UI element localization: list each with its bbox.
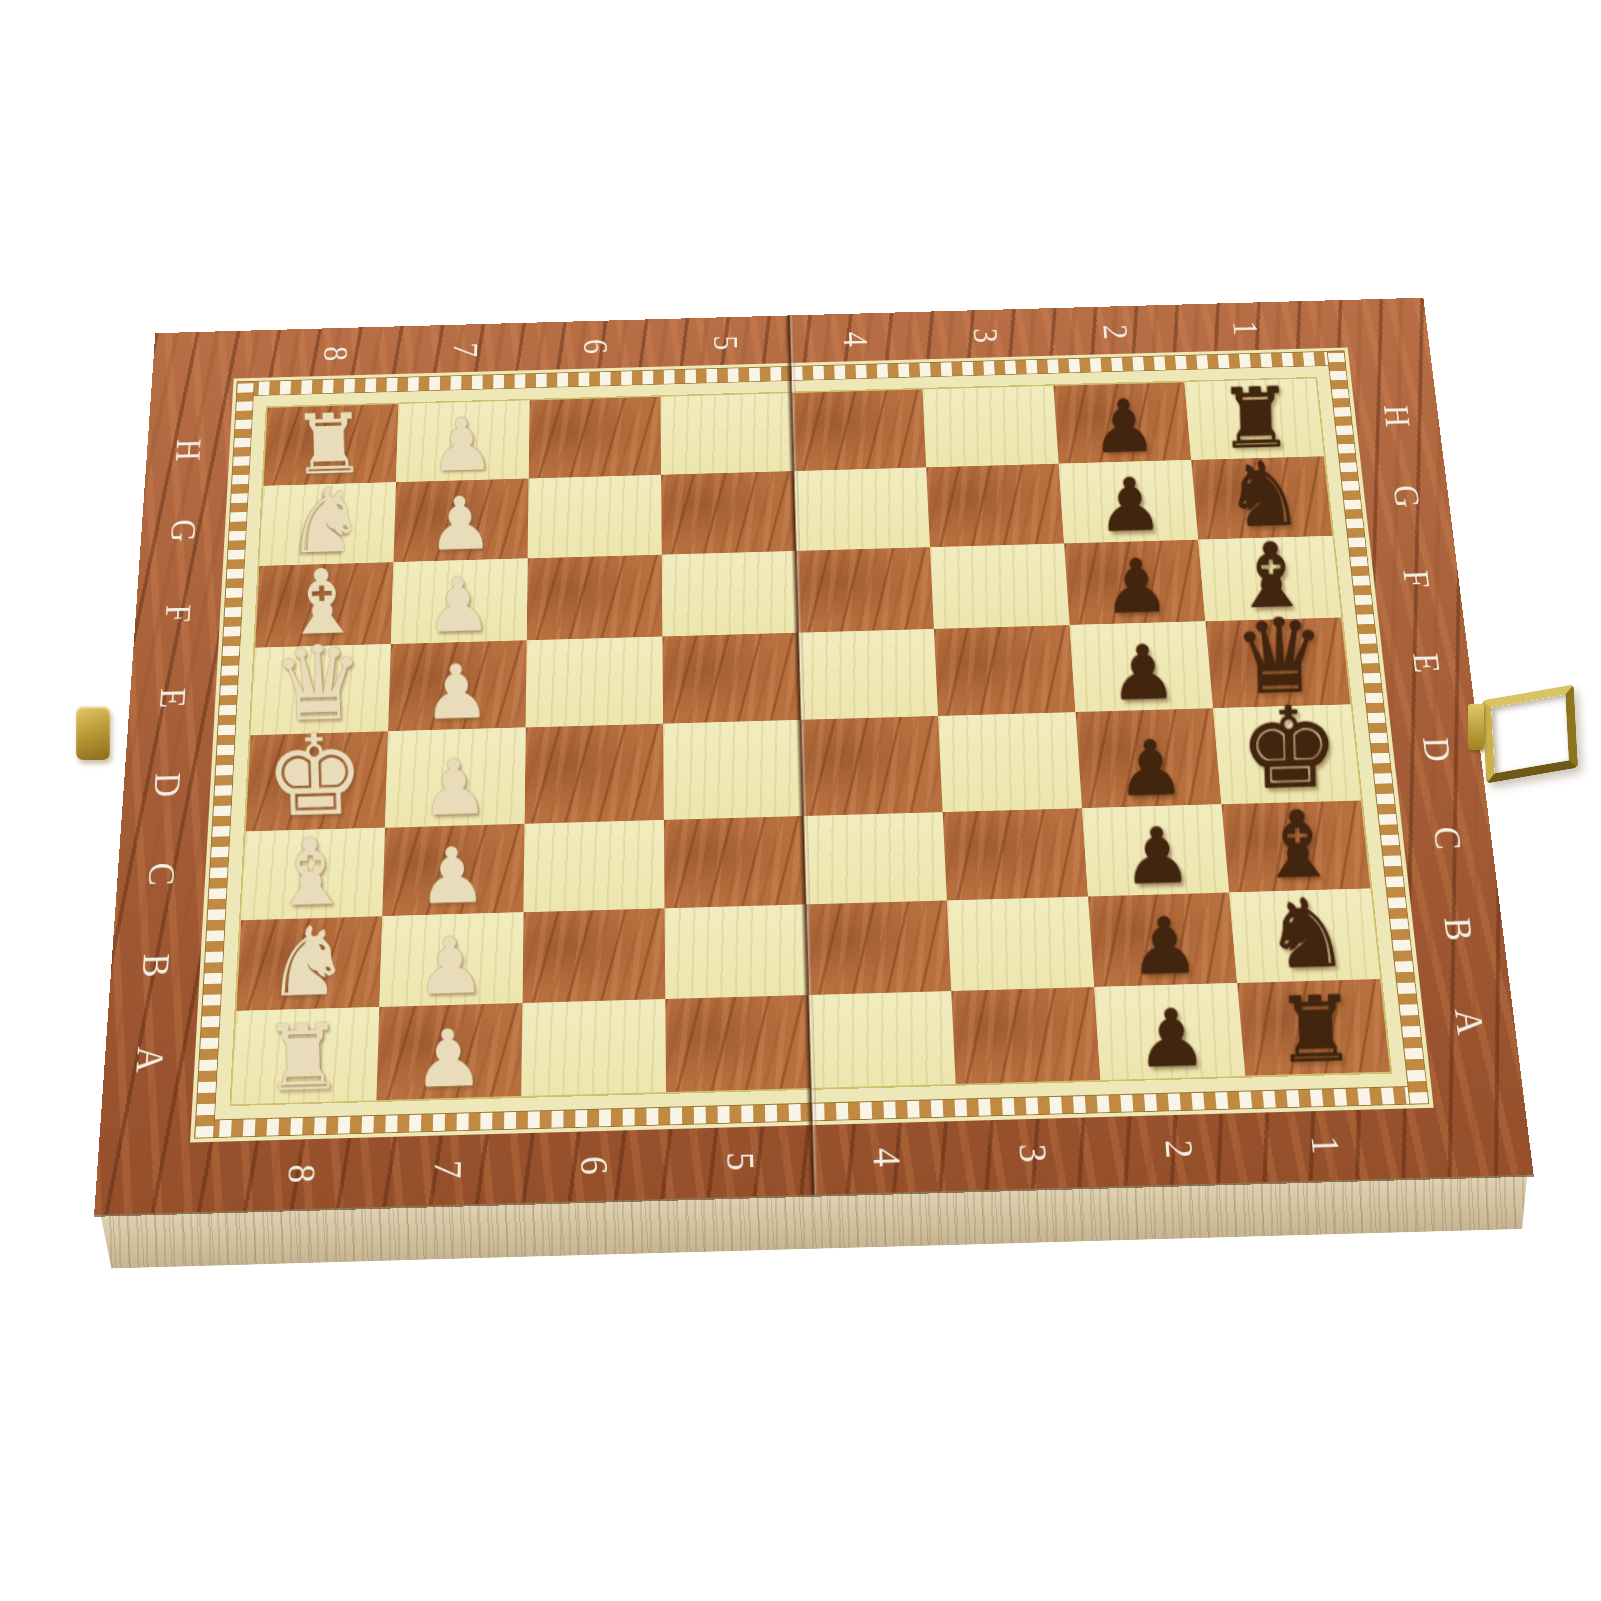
- square-e5[interactable]: [662, 632, 800, 723]
- rank-label-2: 2: [1094, 324, 1137, 340]
- rank-label-5: 5: [716, 1151, 763, 1171]
- black-pawn[interactable]: ♟: [1108, 637, 1177, 710]
- square-f2[interactable]: ♟: [1064, 540, 1205, 625]
- black-knight[interactable]: ♞: [1263, 888, 1351, 981]
- file-label-e: E: [150, 687, 195, 708]
- square-f3[interactable]: [930, 543, 1070, 628]
- square-c2[interactable]: ♟: [1082, 805, 1229, 897]
- square-d2[interactable]: ♟: [1076, 708, 1222, 808]
- file-label-d: D: [1413, 736, 1460, 762]
- rank-label-7: 7: [424, 1159, 471, 1179]
- square-b2[interactable]: ♟: [1088, 893, 1237, 987]
- square-b4[interactable]: [806, 901, 951, 995]
- black-pawn[interactable]: ♟: [1115, 732, 1185, 806]
- square-e7[interactable]: ♟: [388, 640, 527, 731]
- square-d7[interactable]: ♟: [385, 728, 526, 828]
- square-g4[interactable]: [794, 467, 930, 550]
- square-g6[interactable]: [528, 475, 662, 559]
- white-pawn[interactable]: ♟: [424, 570, 492, 642]
- square-d5[interactable]: [663, 720, 803, 820]
- black-rook[interactable]: ♜: [1274, 985, 1358, 1073]
- square-a7[interactable]: ♟: [376, 1003, 522, 1100]
- black-king[interactable]: ♚: [1237, 694, 1340, 803]
- rank-label-6: 6: [574, 338, 616, 354]
- file-label-b: B: [132, 952, 179, 977]
- square-g2[interactable]: ♟: [1059, 460, 1199, 543]
- square-h2[interactable]: ♟: [1053, 382, 1191, 463]
- file-label-a: A: [1445, 1008, 1494, 1036]
- file-label-h: H: [1374, 404, 1419, 427]
- square-h6[interactable]: [529, 397, 662, 479]
- square-d8[interactable]: ♚: [246, 731, 388, 831]
- file-label-h: H: [167, 438, 211, 461]
- square-c3[interactable]: [943, 808, 1088, 900]
- square-c5[interactable]: [664, 816, 806, 908]
- square-d3[interactable]: [938, 712, 1082, 812]
- white-pawn[interactable]: ♟: [417, 839, 488, 914]
- square-e4[interactable]: [798, 629, 938, 720]
- rank-label-3: 3: [964, 327, 1006, 343]
- rank-label-5: 5: [704, 334, 746, 350]
- square-c4[interactable]: [803, 812, 947, 904]
- square-b7[interactable]: ♟: [379, 912, 523, 1007]
- white-rook[interactable]: ♜: [262, 1014, 346, 1102]
- square-a1[interactable]: ♜: [1237, 979, 1390, 1076]
- rank-label-6: 6: [570, 1155, 617, 1175]
- square-f4[interactable]: [796, 547, 934, 632]
- square-c6[interactable]: [523, 820, 664, 912]
- square-a3[interactable]: [951, 987, 1100, 1084]
- black-pawn[interactable]: ♟: [1102, 551, 1170, 623]
- square-a8[interactable]: ♜: [232, 1007, 380, 1104]
- file-label-e: E: [1403, 652, 1449, 673]
- square-e3[interactable]: [934, 625, 1076, 716]
- white-knight[interactable]: ♞: [263, 916, 351, 1009]
- black-pawn[interactable]: ♟: [1135, 1001, 1208, 1078]
- square-f5[interactable]: [662, 551, 798, 636]
- square-a5[interactable]: [665, 995, 811, 1092]
- file-label-c: C: [1423, 826, 1471, 850]
- square-g5[interactable]: [661, 471, 796, 555]
- white-pawn[interactable]: ♟: [414, 929, 486, 1005]
- square-h3[interactable]: [922, 386, 1058, 467]
- square-b8[interactable]: ♞: [236, 916, 382, 1011]
- square-e2[interactable]: ♟: [1070, 621, 1213, 712]
- white-king[interactable]: ♚: [263, 721, 366, 830]
- square-h7[interactable]: ♟: [396, 400, 529, 482]
- board-surface: 87654321 87654321 HGFEDCBA HGFEDCBA ♜♟♟♜…: [94, 298, 1533, 1215]
- square-a4[interactable]: [808, 991, 955, 1088]
- square-a6[interactable]: [521, 999, 666, 1096]
- white-pawn[interactable]: ♟: [422, 657, 491, 730]
- square-g3[interactable]: [926, 464, 1064, 547]
- file-label-g: G: [161, 518, 205, 542]
- black-pawn[interactable]: ♟: [1096, 470, 1163, 541]
- square-b5[interactable]: [665, 905, 809, 1000]
- square-a2[interactable]: ♟: [1094, 983, 1245, 1080]
- file-label-f: F: [156, 603, 200, 622]
- rank-label-1: 1: [1300, 1135, 1349, 1155]
- file-label-c: C: [138, 861, 184, 885]
- square-h5[interactable]: [660, 393, 793, 475]
- black-pawn[interactable]: ♟: [1128, 909, 1200, 985]
- square-f6[interactable]: [527, 554, 663, 640]
- square-g7[interactable]: ♟: [393, 478, 528, 562]
- file-label-b: B: [1434, 916, 1482, 941]
- square-d4[interactable]: [801, 716, 943, 816]
- white-pawn[interactable]: ♟: [412, 1021, 485, 1098]
- file-label-d: D: [144, 772, 190, 798]
- rank-label-4: 4: [834, 331, 876, 347]
- black-pawn[interactable]: ♟: [1122, 820, 1193, 895]
- chess-board: 87654321 87654321 HGFEDCBA HGFEDCBA ♜♟♟♜…: [65, 125, 1535, 1273]
- square-h4[interactable]: [791, 389, 926, 471]
- black-pawn[interactable]: ♟: [1090, 392, 1157, 462]
- square-e6[interactable]: [526, 636, 663, 727]
- right-hasp-plate: [1468, 704, 1484, 750]
- square-f7[interactable]: ♟: [391, 558, 528, 644]
- file-label-a: A: [126, 1045, 174, 1073]
- file-label-f: F: [1394, 569, 1439, 588]
- rank-label-8: 8: [277, 1163, 325, 1183]
- square-d6[interactable]: [524, 724, 663, 824]
- square-c7[interactable]: ♟: [382, 824, 524, 916]
- white-pawn[interactable]: ♟: [426, 489, 493, 560]
- scene: 87654321 87654321 HGFEDCBA HGFEDCBA ♜♟♟♜…: [0, 0, 1601, 1601]
- rank-label-2: 2: [1154, 1139, 1202, 1159]
- rank-label-8: 8: [314, 345, 356, 361]
- rank-label-7: 7: [444, 342, 486, 358]
- file-label-g: G: [1384, 484, 1429, 508]
- square-b6[interactable]: [522, 908, 665, 1003]
- square-b3[interactable]: [947, 897, 1094, 991]
- white-pawn[interactable]: ♟: [419, 752, 489, 826]
- rank-label-3: 3: [1008, 1143, 1056, 1163]
- rank-label-1: 1: [1223, 320, 1266, 336]
- white-pawn[interactable]: ♟: [428, 410, 495, 480]
- rank-label-4: 4: [862, 1147, 909, 1167]
- square-d1[interactable]: ♚: [1213, 705, 1361, 805]
- square-b1[interactable]: ♞: [1229, 889, 1380, 983]
